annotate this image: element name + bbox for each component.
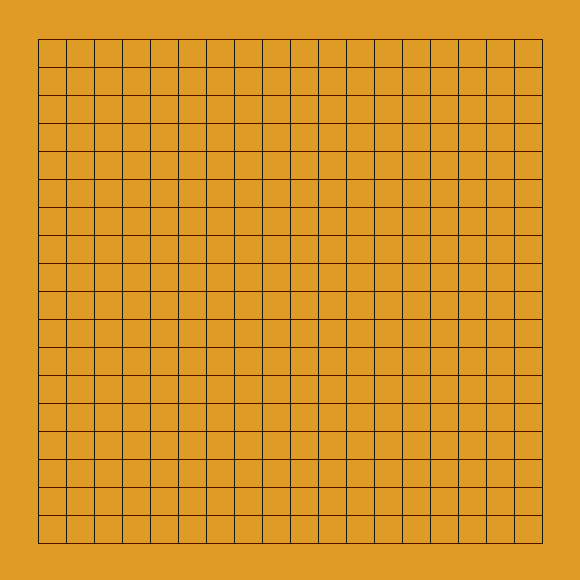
row-labels-left (0, 25, 27, 557)
column-labels-top (24, 0, 556, 26)
board[interactable] (24, 25, 556, 557)
go-board-diagram (0, 0, 580, 580)
